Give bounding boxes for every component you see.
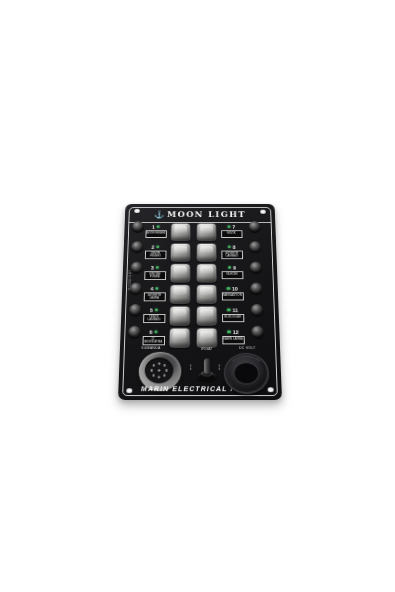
circuit-group: 7 MÜZİK [219,224,243,238]
circuit-group: 1 SEYİR FENERİ [144,224,168,238]
led-indicator [228,245,231,248]
product-photo: ⚓ MOON LIGHT MOONLIGHT [0,0,395,592]
switch-grid [169,223,218,348]
connector-pins [144,358,173,384]
circuit-label: TENTE LAMBASI [143,314,165,323]
circuit-number: 8 [233,244,236,249]
fuse-holder [249,221,261,232]
rocker-switch [169,284,190,304]
circuit-group: 4 GÜVERTE LAMBA [142,285,167,301]
led-indicator [227,287,230,290]
circuit-label: SİNTİNE POMPA [144,271,166,279]
fuse-holder [130,283,143,295]
circuit-label: NAVİGASYON [221,292,243,300]
circuit-label: BUZDOLABI [222,314,244,322]
fuse-holder [128,326,141,338]
led-indicator [227,330,230,333]
dc-power-socket [223,353,269,394]
marine-electrical-panel: ⚓ MOON LIGHT MOONLIGHT [118,204,282,400]
circuit-group: 5 TENTE LAMBASI [141,307,166,323]
fuse-holder [251,326,264,338]
circuit-number: 9 [233,265,236,270]
circuit-label: SEYİR FENERİ [145,230,166,238]
rocker-switch [169,328,191,348]
rocker-switch [196,284,217,304]
circuit-label: İÇ AYDINLATMA [142,336,165,345]
dc-volt-label: DC VOLT [239,346,256,350]
fuse-holder [250,262,263,273]
led-indicator [155,308,158,311]
rocker-switch [196,223,216,241]
circuit-number: 1 [152,224,155,229]
rocker-switch [196,328,217,348]
circuit-label: KABİN LAMBA [222,336,244,344]
circuit-group: 2 DEMİR FENERİ [143,244,168,259]
rocker-switch [169,306,190,326]
circuit-number: 7 [232,224,235,229]
circuit-number: 10 [232,286,238,291]
led-indicator [157,225,160,228]
circuit-group: 12 KABİN LAMBA [220,329,245,345]
anchor-icon: ⚓ [154,211,164,218]
circuit-number: 12 [233,329,239,335]
circuit-group: 9 SİLECEK [220,264,245,279]
rocker-switch [170,263,191,282]
panel-header: ⚓ MOON LIGHT [125,210,275,218]
circuit-label: GÜVERTE LAMBASI [221,251,243,259]
fuse-holder [131,241,143,252]
circuit-label: GÜVERTE LAMBA [143,292,165,301]
rocker-switch [196,243,217,262]
arrow-up-down-icon: ↕ [218,362,221,372]
fuse-holder [132,221,144,232]
brand-title: MOON LIGHT [167,210,246,218]
circuit-label: SİLECEK [221,271,243,279]
fuse-holder [249,241,261,252]
circuit-label: MÜZİK [221,230,242,238]
circuit-number: 4 [150,286,153,291]
fuse-holder [129,304,142,316]
circuit-group: 3 SİNTİNE POMPA [142,264,167,279]
connector-label: KUMANDA [141,346,160,350]
led-indicator [156,266,159,269]
arrow-up-down-icon: ↕ [189,362,192,372]
rocker-switch [196,306,217,326]
toggle-handle [203,358,210,373]
led-indicator [156,245,159,248]
circuit-number: 5 [150,307,153,312]
toggle-label: IRGAT [198,347,216,351]
led-indicator [155,287,158,290]
circuit-group: 10 NAVİGASYON [220,285,245,300]
led-indicator [228,266,231,269]
rocker-switch [170,243,191,262]
fuse-holder [251,304,264,316]
fuse-holder [250,283,263,295]
rocker-switch [170,223,190,241]
toggle-switch [198,355,216,382]
led-indicator [227,225,230,228]
rocker-switch [196,263,217,282]
fuse-holder [130,262,143,273]
led-indicator [227,308,230,311]
led-indicator [154,330,157,333]
circuit-label: DEMİR FENERİ [144,251,166,259]
circuit-number: 6 [149,329,152,335]
circuit-number: 11 [232,307,238,312]
circuit-group: 6 İÇ AYDINLATMA [141,329,167,345]
circuit-number: 3 [151,265,154,270]
circuit-number: 2 [151,244,154,249]
circuit-group: 11 BUZDOLABI [220,307,245,322]
circuit-group: 8 GÜVERTE LAMBASI [219,244,243,259]
